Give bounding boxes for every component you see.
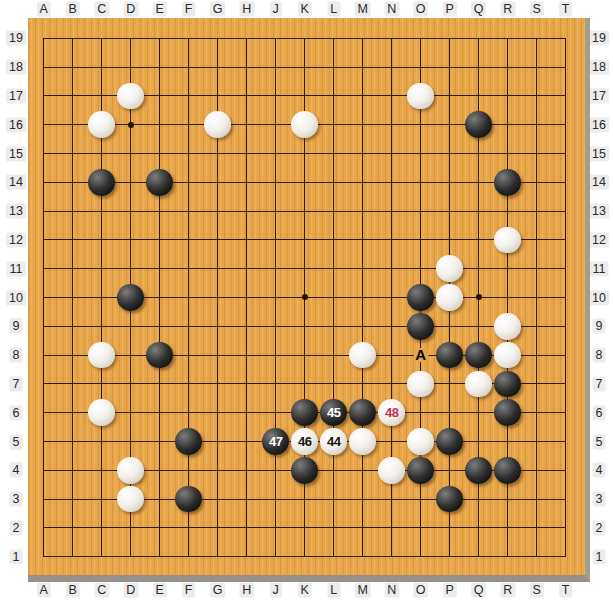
intersection-A14[interactable] xyxy=(29,168,58,197)
intersection-S9[interactable] xyxy=(522,312,551,341)
intersection-A4[interactable] xyxy=(29,456,58,485)
intersection-O2[interactable] xyxy=(406,513,435,542)
intersection-T12[interactable] xyxy=(551,225,580,254)
intersection-K7[interactable] xyxy=(290,369,319,398)
intersection-P11[interactable] xyxy=(435,254,464,283)
intersection-J16[interactable] xyxy=(261,110,290,139)
intersection-O4[interactable] xyxy=(406,456,435,485)
intersection-F6[interactable] xyxy=(174,398,203,427)
intersection-N1[interactable] xyxy=(377,542,406,571)
intersection-G14[interactable] xyxy=(203,168,232,197)
intersection-C12[interactable] xyxy=(87,225,116,254)
intersection-Q12[interactable] xyxy=(464,225,493,254)
intersection-T8[interactable] xyxy=(551,341,580,370)
intersection-E5[interactable] xyxy=(145,427,174,456)
intersection-T15[interactable] xyxy=(551,139,580,168)
intersection-A6[interactable] xyxy=(29,398,58,427)
intersection-Q7[interactable] xyxy=(464,369,493,398)
intersection-A3[interactable] xyxy=(29,485,58,514)
intersection-P19[interactable] xyxy=(435,24,464,53)
intersection-D1[interactable] xyxy=(116,542,145,571)
intersection-M4[interactable] xyxy=(348,456,377,485)
intersection-O14[interactable] xyxy=(406,168,435,197)
intersection-H5[interactable] xyxy=(232,427,261,456)
intersection-S16[interactable] xyxy=(522,110,551,139)
intersection-J1[interactable] xyxy=(261,542,290,571)
intersection-O10[interactable] xyxy=(406,283,435,312)
intersection-B7[interactable] xyxy=(58,369,87,398)
intersection-M14[interactable] xyxy=(348,168,377,197)
intersection-K4[interactable] xyxy=(290,456,319,485)
intersection-L14[interactable] xyxy=(319,168,348,197)
intersection-L19[interactable] xyxy=(319,24,348,53)
intersection-D11[interactable] xyxy=(116,254,145,283)
intersection-B12[interactable] xyxy=(58,225,87,254)
intersection-T3[interactable] xyxy=(551,485,580,514)
intersection-C18[interactable] xyxy=(87,53,116,82)
intersection-S14[interactable] xyxy=(522,168,551,197)
intersection-S17[interactable] xyxy=(522,81,551,110)
intersection-O19[interactable] xyxy=(406,24,435,53)
intersection-T11[interactable] xyxy=(551,254,580,283)
intersection-O8[interactable]: A xyxy=(406,341,435,370)
intersection-O6[interactable] xyxy=(406,398,435,427)
intersection-C13[interactable] xyxy=(87,197,116,226)
intersection-F11[interactable] xyxy=(174,254,203,283)
intersection-R9[interactable] xyxy=(493,312,522,341)
intersection-K6[interactable] xyxy=(290,398,319,427)
intersection-Q19[interactable] xyxy=(464,24,493,53)
intersection-R6[interactable] xyxy=(493,398,522,427)
intersection-A17[interactable] xyxy=(29,81,58,110)
intersection-K2[interactable] xyxy=(290,513,319,542)
intersection-K15[interactable] xyxy=(290,139,319,168)
intersection-Q2[interactable] xyxy=(464,513,493,542)
intersection-D14[interactable] xyxy=(116,168,145,197)
intersection-B16[interactable] xyxy=(58,110,87,139)
intersection-H15[interactable] xyxy=(232,139,261,168)
intersection-S10[interactable] xyxy=(522,283,551,312)
intersection-F14[interactable] xyxy=(174,168,203,197)
intersection-N3[interactable] xyxy=(377,485,406,514)
intersection-R11[interactable] xyxy=(493,254,522,283)
intersection-T4[interactable] xyxy=(551,456,580,485)
intersection-J15[interactable] xyxy=(261,139,290,168)
intersection-F15[interactable] xyxy=(174,139,203,168)
intersection-P5[interactable] xyxy=(435,427,464,456)
intersection-R5[interactable] xyxy=(493,427,522,456)
intersection-G7[interactable] xyxy=(203,369,232,398)
intersection-F7[interactable] xyxy=(174,369,203,398)
intersection-F8[interactable] xyxy=(174,341,203,370)
intersection-S1[interactable] xyxy=(522,542,551,571)
intersection-C14[interactable] xyxy=(87,168,116,197)
intersection-R8[interactable] xyxy=(493,341,522,370)
intersection-A10[interactable] xyxy=(29,283,58,312)
intersection-R10[interactable] xyxy=(493,283,522,312)
intersection-B13[interactable] xyxy=(58,197,87,226)
intersection-P3[interactable] xyxy=(435,485,464,514)
intersection-F16[interactable] xyxy=(174,110,203,139)
intersection-J7[interactable] xyxy=(261,369,290,398)
intersection-J10[interactable] xyxy=(261,283,290,312)
intersection-R15[interactable] xyxy=(493,139,522,168)
intersection-H6[interactable] xyxy=(232,398,261,427)
intersection-A18[interactable] xyxy=(29,53,58,82)
intersection-M13[interactable] xyxy=(348,197,377,226)
intersection-G19[interactable] xyxy=(203,24,232,53)
intersection-G1[interactable] xyxy=(203,542,232,571)
intersection-G5[interactable] xyxy=(203,427,232,456)
intersection-F3[interactable] xyxy=(174,485,203,514)
intersection-D13[interactable] xyxy=(116,197,145,226)
intersection-P15[interactable] xyxy=(435,139,464,168)
intersection-J11[interactable] xyxy=(261,254,290,283)
intersection-A2[interactable] xyxy=(29,513,58,542)
intersection-Q8[interactable] xyxy=(464,341,493,370)
intersection-S7[interactable] xyxy=(522,369,551,398)
intersection-R2[interactable] xyxy=(493,513,522,542)
intersection-L1[interactable] xyxy=(319,542,348,571)
intersection-Q18[interactable] xyxy=(464,53,493,82)
intersection-A1[interactable] xyxy=(29,542,58,571)
intersection-E1[interactable] xyxy=(145,542,174,571)
intersection-G6[interactable] xyxy=(203,398,232,427)
intersection-L12[interactable] xyxy=(319,225,348,254)
intersection-P18[interactable] xyxy=(435,53,464,82)
intersection-N11[interactable] xyxy=(377,254,406,283)
intersection-N15[interactable] xyxy=(377,139,406,168)
intersection-A12[interactable] xyxy=(29,225,58,254)
intersection-D10[interactable] xyxy=(116,283,145,312)
intersection-R17[interactable] xyxy=(493,81,522,110)
intersection-L2[interactable] xyxy=(319,513,348,542)
intersection-B8[interactable] xyxy=(58,341,87,370)
intersection-J17[interactable] xyxy=(261,81,290,110)
intersection-B3[interactable] xyxy=(58,485,87,514)
intersection-N16[interactable] xyxy=(377,110,406,139)
intersection-E15[interactable] xyxy=(145,139,174,168)
intersection-F18[interactable] xyxy=(174,53,203,82)
intersection-B19[interactable] xyxy=(58,24,87,53)
intersection-D19[interactable] xyxy=(116,24,145,53)
intersection-H13[interactable] xyxy=(232,197,261,226)
intersection-R4[interactable] xyxy=(493,456,522,485)
intersection-N18[interactable] xyxy=(377,53,406,82)
intersection-F1[interactable] xyxy=(174,542,203,571)
intersection-P13[interactable] xyxy=(435,197,464,226)
intersection-F2[interactable] xyxy=(174,513,203,542)
intersection-M19[interactable] xyxy=(348,24,377,53)
intersection-H12[interactable] xyxy=(232,225,261,254)
intersection-J4[interactable] xyxy=(261,456,290,485)
intersection-J2[interactable] xyxy=(261,513,290,542)
intersection-H10[interactable] xyxy=(232,283,261,312)
intersection-L17[interactable] xyxy=(319,81,348,110)
intersection-S15[interactable] xyxy=(522,139,551,168)
intersection-A7[interactable] xyxy=(29,369,58,398)
intersection-J3[interactable] xyxy=(261,485,290,514)
intersection-K19[interactable] xyxy=(290,24,319,53)
intersection-F19[interactable] xyxy=(174,24,203,53)
intersection-J9[interactable] xyxy=(261,312,290,341)
intersection-C15[interactable] xyxy=(87,139,116,168)
intersection-N7[interactable] xyxy=(377,369,406,398)
intersection-O17[interactable] xyxy=(406,81,435,110)
intersection-C11[interactable] xyxy=(87,254,116,283)
intersection-L18[interactable] xyxy=(319,53,348,82)
intersection-C3[interactable] xyxy=(87,485,116,514)
intersection-J19[interactable] xyxy=(261,24,290,53)
intersection-K13[interactable] xyxy=(290,197,319,226)
intersection-C16[interactable] xyxy=(87,110,116,139)
intersection-S3[interactable] xyxy=(522,485,551,514)
intersection-Q4[interactable] xyxy=(464,456,493,485)
intersection-A5[interactable] xyxy=(29,427,58,456)
intersection-D4[interactable] xyxy=(116,456,145,485)
intersection-M10[interactable] xyxy=(348,283,377,312)
intersection-P2[interactable] xyxy=(435,513,464,542)
intersection-C4[interactable] xyxy=(87,456,116,485)
intersection-D18[interactable] xyxy=(116,53,145,82)
intersection-M8[interactable] xyxy=(348,341,377,370)
intersection-C10[interactable] xyxy=(87,283,116,312)
intersection-N13[interactable] xyxy=(377,197,406,226)
intersection-K1[interactable] xyxy=(290,542,319,571)
intersection-T18[interactable] xyxy=(551,53,580,82)
intersection-T9[interactable] xyxy=(551,312,580,341)
intersection-M17[interactable] xyxy=(348,81,377,110)
intersection-N2[interactable] xyxy=(377,513,406,542)
intersection-J14[interactable] xyxy=(261,168,290,197)
intersection-T7[interactable] xyxy=(551,369,580,398)
intersection-P14[interactable] xyxy=(435,168,464,197)
intersection-N8[interactable] xyxy=(377,341,406,370)
intersection-G17[interactable] xyxy=(203,81,232,110)
intersection-N9[interactable] xyxy=(377,312,406,341)
intersection-E3[interactable] xyxy=(145,485,174,514)
intersection-C6[interactable] xyxy=(87,398,116,427)
intersection-K17[interactable] xyxy=(290,81,319,110)
intersection-S4[interactable] xyxy=(522,456,551,485)
intersection-S2[interactable] xyxy=(522,513,551,542)
intersection-L8[interactable] xyxy=(319,341,348,370)
intersection-L13[interactable] xyxy=(319,197,348,226)
intersection-G11[interactable] xyxy=(203,254,232,283)
intersection-S13[interactable] xyxy=(522,197,551,226)
intersection-S6[interactable] xyxy=(522,398,551,427)
intersection-T14[interactable] xyxy=(551,168,580,197)
intersection-H7[interactable] xyxy=(232,369,261,398)
intersection-S8[interactable] xyxy=(522,341,551,370)
intersection-T19[interactable] xyxy=(551,24,580,53)
intersection-P17[interactable] xyxy=(435,81,464,110)
intersection-Q16[interactable] xyxy=(464,110,493,139)
intersection-T1[interactable] xyxy=(551,542,580,571)
intersection-G3[interactable] xyxy=(203,485,232,514)
intersection-G15[interactable] xyxy=(203,139,232,168)
intersection-A19[interactable] xyxy=(29,24,58,53)
intersection-L5[interactable]: 44 xyxy=(319,427,348,456)
intersection-A15[interactable] xyxy=(29,139,58,168)
intersection-C2[interactable] xyxy=(87,513,116,542)
intersection-Q10[interactable] xyxy=(464,283,493,312)
intersection-H4[interactable] xyxy=(232,456,261,485)
intersection-N10[interactable] xyxy=(377,283,406,312)
intersection-B15[interactable] xyxy=(58,139,87,168)
intersection-Q3[interactable] xyxy=(464,485,493,514)
intersection-M1[interactable] xyxy=(348,542,377,571)
intersection-Q5[interactable] xyxy=(464,427,493,456)
intersection-H16[interactable] xyxy=(232,110,261,139)
intersection-T6[interactable] xyxy=(551,398,580,427)
intersection-M12[interactable] xyxy=(348,225,377,254)
intersection-R13[interactable] xyxy=(493,197,522,226)
intersection-J8[interactable] xyxy=(261,341,290,370)
intersection-F9[interactable] xyxy=(174,312,203,341)
intersection-K12[interactable] xyxy=(290,225,319,254)
intersection-B18[interactable] xyxy=(58,53,87,82)
intersection-R12[interactable] xyxy=(493,225,522,254)
intersection-M9[interactable] xyxy=(348,312,377,341)
intersection-C1[interactable] xyxy=(87,542,116,571)
intersection-M3[interactable] xyxy=(348,485,377,514)
intersection-K16[interactable] xyxy=(290,110,319,139)
intersection-L4[interactable] xyxy=(319,456,348,485)
intersection-M15[interactable] xyxy=(348,139,377,168)
intersection-D17[interactable] xyxy=(116,81,145,110)
intersection-M7[interactable] xyxy=(348,369,377,398)
intersection-P10[interactable] xyxy=(435,283,464,312)
intersection-O13[interactable] xyxy=(406,197,435,226)
intersection-G18[interactable] xyxy=(203,53,232,82)
intersection-O18[interactable] xyxy=(406,53,435,82)
intersection-J6[interactable] xyxy=(261,398,290,427)
intersection-H1[interactable] xyxy=(232,542,261,571)
intersection-B9[interactable] xyxy=(58,312,87,341)
intersection-C8[interactable] xyxy=(87,341,116,370)
intersection-P12[interactable] xyxy=(435,225,464,254)
intersection-G9[interactable] xyxy=(203,312,232,341)
intersection-O15[interactable] xyxy=(406,139,435,168)
intersection-R19[interactable] xyxy=(493,24,522,53)
intersection-H2[interactable] xyxy=(232,513,261,542)
intersection-N5[interactable] xyxy=(377,427,406,456)
intersection-L9[interactable] xyxy=(319,312,348,341)
intersection-R14[interactable] xyxy=(493,168,522,197)
intersection-E2[interactable] xyxy=(145,513,174,542)
intersection-A13[interactable] xyxy=(29,197,58,226)
intersection-C17[interactable] xyxy=(87,81,116,110)
intersection-P4[interactable] xyxy=(435,456,464,485)
intersection-D6[interactable] xyxy=(116,398,145,427)
intersection-E16[interactable] xyxy=(145,110,174,139)
intersection-C9[interactable] xyxy=(87,312,116,341)
intersection-T13[interactable] xyxy=(551,197,580,226)
intersection-E7[interactable] xyxy=(145,369,174,398)
intersection-N14[interactable] xyxy=(377,168,406,197)
intersection-H19[interactable] xyxy=(232,24,261,53)
intersection-O7[interactable] xyxy=(406,369,435,398)
intersection-E14[interactable] xyxy=(145,168,174,197)
intersection-O1[interactable] xyxy=(406,542,435,571)
intersection-Q9[interactable] xyxy=(464,312,493,341)
intersection-L6[interactable]: 45 xyxy=(319,398,348,427)
intersection-D16[interactable] xyxy=(116,110,145,139)
intersection-G10[interactable] xyxy=(203,283,232,312)
intersection-R7[interactable] xyxy=(493,369,522,398)
intersection-Q14[interactable] xyxy=(464,168,493,197)
intersection-D3[interactable] xyxy=(116,485,145,514)
intersection-G2[interactable] xyxy=(203,513,232,542)
intersection-T5[interactable] xyxy=(551,427,580,456)
intersection-D2[interactable] xyxy=(116,513,145,542)
intersection-J18[interactable] xyxy=(261,53,290,82)
intersection-Q11[interactable] xyxy=(464,254,493,283)
intersection-A11[interactable] xyxy=(29,254,58,283)
intersection-A16[interactable] xyxy=(29,110,58,139)
intersection-R16[interactable] xyxy=(493,110,522,139)
intersection-F13[interactable] xyxy=(174,197,203,226)
intersection-E10[interactable] xyxy=(145,283,174,312)
intersection-R18[interactable] xyxy=(493,53,522,82)
intersection-E17[interactable] xyxy=(145,81,174,110)
intersection-G4[interactable] xyxy=(203,456,232,485)
intersection-Q1[interactable] xyxy=(464,542,493,571)
intersection-H3[interactable] xyxy=(232,485,261,514)
intersection-S12[interactable] xyxy=(522,225,551,254)
intersection-K9[interactable] xyxy=(290,312,319,341)
intersection-M16[interactable] xyxy=(348,110,377,139)
intersection-F17[interactable] xyxy=(174,81,203,110)
intersection-B17[interactable] xyxy=(58,81,87,110)
intersection-C7[interactable] xyxy=(87,369,116,398)
intersection-H17[interactable] xyxy=(232,81,261,110)
intersection-M6[interactable] xyxy=(348,398,377,427)
intersection-L15[interactable] xyxy=(319,139,348,168)
intersection-N17[interactable] xyxy=(377,81,406,110)
intersection-J13[interactable] xyxy=(261,197,290,226)
intersection-L10[interactable] xyxy=(319,283,348,312)
intersection-S19[interactable] xyxy=(522,24,551,53)
intersection-D7[interactable] xyxy=(116,369,145,398)
intersection-K10[interactable] xyxy=(290,283,319,312)
intersection-P8[interactable] xyxy=(435,341,464,370)
intersection-B10[interactable] xyxy=(58,283,87,312)
intersection-D9[interactable] xyxy=(116,312,145,341)
intersection-A8[interactable] xyxy=(29,341,58,370)
intersection-M2[interactable] xyxy=(348,513,377,542)
intersection-E13[interactable] xyxy=(145,197,174,226)
intersection-F5[interactable] xyxy=(174,427,203,456)
intersection-H14[interactable] xyxy=(232,168,261,197)
intersection-T10[interactable] xyxy=(551,283,580,312)
intersection-O3[interactable] xyxy=(406,485,435,514)
intersection-S5[interactable] xyxy=(522,427,551,456)
intersection-H11[interactable] xyxy=(232,254,261,283)
intersection-E12[interactable] xyxy=(145,225,174,254)
intersection-E4[interactable] xyxy=(145,456,174,485)
intersection-D12[interactable] xyxy=(116,225,145,254)
intersection-B6[interactable] xyxy=(58,398,87,427)
intersection-Q13[interactable] xyxy=(464,197,493,226)
intersection-A9[interactable] xyxy=(29,312,58,341)
intersection-E8[interactable] xyxy=(145,341,174,370)
intersection-L7[interactable] xyxy=(319,369,348,398)
intersection-T2[interactable] xyxy=(551,513,580,542)
intersection-Q17[interactable] xyxy=(464,81,493,110)
intersection-C19[interactable] xyxy=(87,24,116,53)
